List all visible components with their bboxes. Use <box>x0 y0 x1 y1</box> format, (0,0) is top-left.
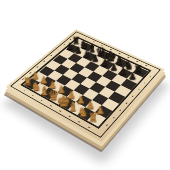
black-pawn: ♟ <box>128 72 136 81</box>
white-rook: ♜ <box>88 113 98 124</box>
black-pawn: ♟ <box>119 68 127 77</box>
board-grid: ♜♞♝♛♚♝♞♜♟♟♟♟♟♟♟♟♟♟♟♟♟♟♟♟♜♞♝♛♚♝♞♜ <box>24 39 148 126</box>
black-pawn: ♟ <box>83 51 91 60</box>
black-pawn: ♟ <box>100 59 108 68</box>
black-pawn: ♟ <box>74 47 82 56</box>
photo-background: ♜♞♝♛♚♝♞♜♟♟♟♟♟♟♟♟♟♟♟♟♟♟♟♟♜♞♝♛♚♝♞♜ <box>0 0 170 170</box>
black-pawn: ♟ <box>91 55 99 64</box>
black-pawn: ♟ <box>109 63 117 72</box>
chessboard-scene: ♜♞♝♛♚♝♞♜♟♟♟♟♟♟♟♟♟♟♟♟♟♟♟♟♜♞♝♛♚♝♞♜ <box>6 29 165 142</box>
black-pawn: ♟ <box>66 43 74 51</box>
chessboard-frame: ♜♞♝♛♚♝♞♜♟♟♟♟♟♟♟♟♟♟♟♟♟♟♟♟♜♞♝♛♚♝♞♜ <box>6 29 165 142</box>
white-knight: ♞ <box>77 106 88 118</box>
